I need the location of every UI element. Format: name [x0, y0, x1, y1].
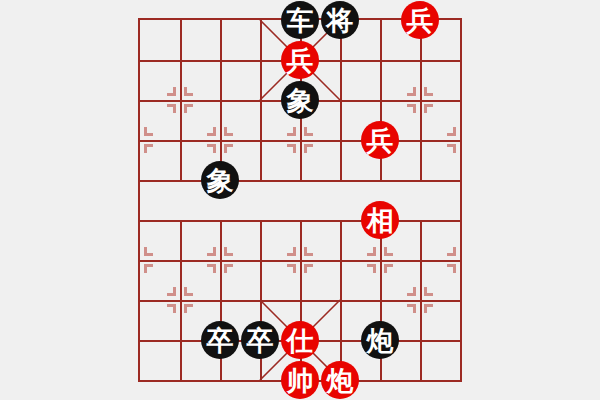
- piece-black-cannon[interactable]: 炮: [361, 321, 399, 359]
- pieces-layer: 车将兵兵象兵象相卒卒仕炮帅炮: [140, 20, 460, 380]
- piece-black-general[interactable]: 将: [321, 1, 359, 39]
- piece-black-elephant[interactable]: 象: [281, 81, 319, 119]
- piece-black-soldier[interactable]: 卒: [201, 321, 239, 359]
- piece-red-advisor[interactable]: 仕: [281, 321, 319, 359]
- piece-black-chariot[interactable]: 车: [281, 1, 319, 39]
- piece-red-elephant[interactable]: 相: [361, 201, 399, 239]
- piece-black-elephant[interactable]: 象: [201, 161, 239, 199]
- piece-red-soldier[interactable]: 兵: [281, 41, 319, 79]
- xiangqi-board: 车将兵兵象兵象相卒卒仕炮帅炮: [138, 18, 462, 382]
- piece-red-general[interactable]: 帅: [281, 361, 319, 399]
- piece-black-soldier[interactable]: 卒: [241, 321, 279, 359]
- piece-red-soldier[interactable]: 兵: [401, 1, 439, 39]
- piece-red-cannon[interactable]: 炮: [321, 361, 359, 399]
- piece-red-soldier[interactable]: 兵: [361, 121, 399, 159]
- xiangqi-diagram: 车将兵兵象兵象相卒卒仕炮帅炮: [0, 0, 600, 400]
